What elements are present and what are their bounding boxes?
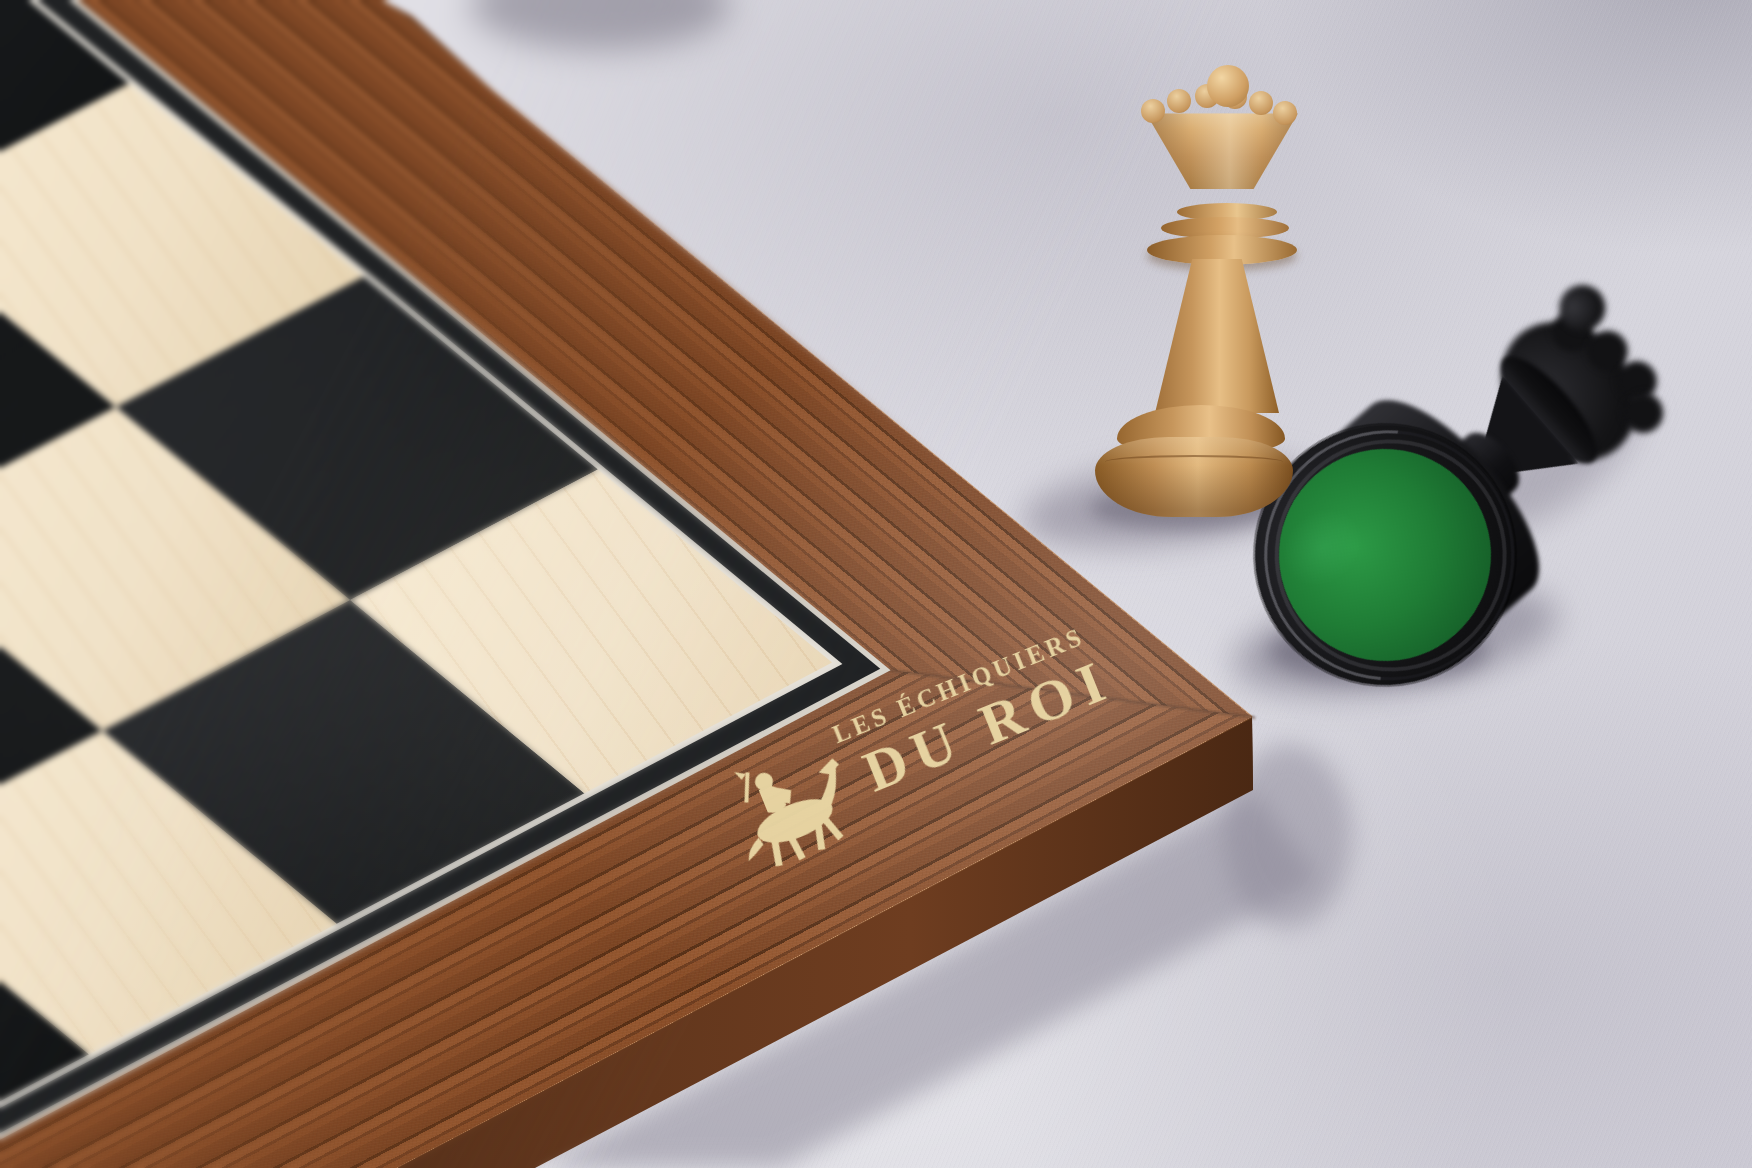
white-queen-base-shading bbox=[1095, 437, 1293, 517]
white-queen-base-groove bbox=[1105, 455, 1283, 469]
crown-scallop bbox=[1167, 89, 1191, 113]
crown-scallop bbox=[1141, 99, 1165, 123]
white-queen-body bbox=[1155, 259, 1279, 413]
crown-scallop bbox=[1249, 91, 1273, 115]
white-queen-finial-ball bbox=[1207, 65, 1249, 107]
crown-scallop bbox=[1273, 101, 1297, 125]
white-queen-piece[interactable] bbox=[1085, 57, 1305, 522]
